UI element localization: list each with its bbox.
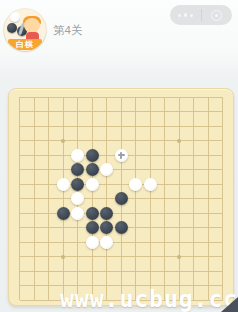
board-cell[interactable] [186, 192, 201, 207]
board-cell[interactable] [186, 250, 201, 265]
board-cell[interactable] [41, 119, 56, 134]
board-cell[interactable] [186, 206, 201, 221]
board-cell[interactable] [27, 177, 42, 192]
board-cell[interactable] [143, 177, 158, 192]
board-cell[interactable] [41, 250, 56, 265]
board-cell[interactable] [215, 177, 230, 192]
board-cell[interactable] [143, 90, 158, 105]
white-stone [100, 236, 113, 249]
board-cell[interactable] [99, 221, 114, 236]
board-cell[interactable] [85, 134, 100, 149]
board-cell[interactable] [143, 221, 158, 236]
board-cell[interactable] [56, 221, 71, 236]
star-point [177, 139, 181, 143]
board-cell[interactable] [99, 163, 114, 178]
board-cell[interactable] [12, 293, 27, 308]
board-cell[interactable] [27, 293, 42, 308]
board-cell[interactable] [157, 264, 172, 279]
board-cell[interactable] [114, 163, 129, 178]
board-cell[interactable] [172, 206, 187, 221]
board-cell[interactable] [12, 192, 27, 207]
board-cell[interactable] [172, 105, 187, 120]
board-cell[interactable] [114, 221, 129, 236]
board-cell[interactable] [215, 105, 230, 120]
board-cell[interactable] [143, 206, 158, 221]
board-cell[interactable] [201, 119, 216, 134]
board-cell[interactable] [56, 264, 71, 279]
board-cell[interactable] [128, 105, 143, 120]
board-cell[interactable] [128, 235, 143, 250]
board-cell[interactable] [114, 148, 129, 163]
board-cell[interactable] [143, 250, 158, 265]
board-cell[interactable] [172, 192, 187, 207]
star-point [177, 255, 181, 259]
black-stone [71, 163, 84, 176]
white-stone [86, 236, 99, 249]
board-cell[interactable] [56, 250, 71, 265]
board-cell[interactable] [201, 148, 216, 163]
board-cell[interactable] [186, 264, 201, 279]
board-cell[interactable] [41, 264, 56, 279]
black-stone [71, 178, 84, 191]
board-cell[interactable] [157, 192, 172, 207]
board-cell[interactable] [201, 177, 216, 192]
board-cell[interactable] [186, 235, 201, 250]
board-cell[interactable] [172, 235, 187, 250]
board-cell[interactable] [186, 134, 201, 149]
black-stone [86, 163, 99, 176]
board-cell[interactable] [56, 192, 71, 207]
board-cell[interactable] [172, 119, 187, 134]
board-cell[interactable] [41, 177, 56, 192]
board-cell[interactable] [99, 105, 114, 120]
board-cell[interactable] [143, 163, 158, 178]
board-cell[interactable] [41, 105, 56, 120]
black-stone [100, 221, 113, 234]
board-cell[interactable] [157, 105, 172, 120]
dot-icon [190, 14, 193, 17]
board-cell[interactable] [41, 206, 56, 221]
board-cell[interactable] [215, 264, 230, 279]
board-cell[interactable] [114, 192, 129, 207]
white-stone [71, 207, 84, 220]
miniprogram-capsule [170, 5, 232, 25]
white-stone [115, 149, 128, 162]
board-cell[interactable] [99, 134, 114, 149]
black-stone [57, 207, 70, 220]
board-cell[interactable] [157, 221, 172, 236]
board-cell[interactable] [27, 134, 42, 149]
board-cell[interactable] [128, 134, 143, 149]
board-cell[interactable] [56, 119, 71, 134]
board-cell[interactable] [56, 148, 71, 163]
board-cell[interactable] [128, 206, 143, 221]
board-cell[interactable] [128, 90, 143, 105]
board-cell[interactable] [56, 206, 71, 221]
board-cell[interactable] [172, 221, 187, 236]
black-stone [100, 207, 113, 220]
board-cell[interactable] [128, 192, 143, 207]
board-cell[interactable] [70, 206, 85, 221]
board-cell[interactable] [85, 250, 100, 265]
board-cell[interactable] [201, 235, 216, 250]
board-cell[interactable] [70, 163, 85, 178]
board-cell[interactable] [215, 192, 230, 207]
board-grid [12, 90, 230, 308]
board-cell[interactable] [12, 264, 27, 279]
board-cell[interactable] [85, 235, 100, 250]
board-cell[interactable] [41, 279, 56, 294]
board-cell[interactable] [172, 148, 187, 163]
board-cell[interactable] [143, 148, 158, 163]
board-cell[interactable] [143, 235, 158, 250]
board-cell[interactable] [70, 192, 85, 207]
board-cell[interactable] [128, 119, 143, 134]
board-cell[interactable] [186, 177, 201, 192]
board-cell[interactable] [215, 134, 230, 149]
board-cell[interactable] [215, 119, 230, 134]
game-screen: 白棋 第4关 www.ucbug.cc [0, 0, 238, 312]
star-point [61, 255, 65, 259]
board-cell[interactable] [27, 206, 42, 221]
board-cell[interactable] [143, 119, 158, 134]
board-cell[interactable] [70, 221, 85, 236]
board-cell[interactable] [172, 177, 187, 192]
board-cell[interactable] [201, 206, 216, 221]
board-cell[interactable] [186, 90, 201, 105]
board-cell[interactable] [157, 206, 172, 221]
board-cell[interactable] [56, 177, 71, 192]
board-cell[interactable] [70, 177, 85, 192]
black-stone [86, 221, 99, 234]
board-cell[interactable] [157, 235, 172, 250]
board-cell[interactable] [128, 163, 143, 178]
board-cell[interactable] [12, 163, 27, 178]
board-cell[interactable] [12, 119, 27, 134]
board-cell[interactable] [172, 264, 187, 279]
board-cell[interactable] [70, 250, 85, 265]
board-cell[interactable] [186, 148, 201, 163]
board-cell[interactable] [27, 192, 42, 207]
board-cell[interactable] [70, 90, 85, 105]
board-cell[interactable] [85, 192, 100, 207]
board-cell[interactable] [143, 105, 158, 120]
board-cell[interactable] [128, 250, 143, 265]
star-point [61, 139, 65, 143]
board-cell[interactable] [12, 177, 27, 192]
board-cell[interactable] [70, 148, 85, 163]
dot-icon [178, 14, 181, 17]
board-cell[interactable] [27, 148, 42, 163]
board-cell[interactable] [56, 134, 71, 149]
board-cell[interactable] [12, 105, 27, 120]
board-cell[interactable] [41, 134, 56, 149]
board-cell[interactable] [99, 235, 114, 250]
record-circle-icon [211, 10, 222, 21]
board-cell[interactable] [157, 119, 172, 134]
board-cell[interactable] [41, 163, 56, 178]
more-button[interactable] [170, 5, 201, 25]
board-cell[interactable] [70, 264, 85, 279]
board-cell[interactable] [157, 177, 172, 192]
board-cell[interactable] [12, 134, 27, 149]
board-cell[interactable] [85, 90, 100, 105]
board-cell[interactable] [157, 90, 172, 105]
board-cell[interactable] [157, 163, 172, 178]
black-stone [86, 149, 99, 162]
level-title: 第4关 [53, 23, 82, 38]
board-cell[interactable] [128, 221, 143, 236]
board-cell[interactable] [99, 192, 114, 207]
board-cell[interactable] [70, 119, 85, 134]
board-cell[interactable] [143, 134, 158, 149]
white-stone [71, 192, 84, 205]
board-cell[interactable] [12, 206, 27, 221]
board-cell[interactable] [157, 250, 172, 265]
board-cell[interactable] [41, 90, 56, 105]
avatar-black-stone-icon [7, 23, 17, 33]
board-cell[interactable] [12, 279, 27, 294]
board-cell[interactable] [85, 264, 100, 279]
exit-button[interactable] [202, 5, 233, 25]
board-cell[interactable] [201, 192, 216, 207]
board-cell[interactable] [201, 105, 216, 120]
board-cell[interactable] [157, 148, 172, 163]
board-cell[interactable] [172, 250, 187, 265]
board-cell[interactable] [27, 235, 42, 250]
black-stone [115, 221, 128, 234]
white-stone [144, 178, 157, 191]
board-cell[interactable] [12, 221, 27, 236]
board-cell[interactable] [85, 177, 100, 192]
board-cell[interactable] [12, 148, 27, 163]
board-cell[interactable] [27, 250, 42, 265]
board-cell[interactable] [56, 163, 71, 178]
board-cell[interactable] [114, 134, 129, 149]
board-cell[interactable] [114, 177, 129, 192]
black-stone [115, 192, 128, 205]
watermark-text: www.ucbug.cc [60, 286, 238, 312]
white-stone [100, 163, 113, 176]
board-cell[interactable] [186, 163, 201, 178]
board-cell[interactable] [12, 90, 27, 105]
board-cell[interactable] [27, 163, 42, 178]
board-cell[interactable] [41, 148, 56, 163]
board-cell[interactable] [27, 105, 42, 120]
board-cell[interactable] [114, 264, 129, 279]
board-cell[interactable] [201, 90, 216, 105]
corner-fold [221, 297, 238, 312]
board-cell[interactable] [186, 105, 201, 120]
white-stone [57, 178, 70, 191]
avatar-character-face [24, 18, 40, 33]
board-cell[interactable] [114, 90, 129, 105]
board-cell[interactable] [41, 293, 56, 308]
board-cell[interactable] [143, 264, 158, 279]
board-cell[interactable] [85, 148, 100, 163]
player-side-badge: 白棋 [8, 39, 42, 50]
board-cell[interactable] [27, 279, 42, 294]
board-cell[interactable] [99, 177, 114, 192]
board-cell[interactable] [99, 119, 114, 134]
board-cell[interactable] [41, 192, 56, 207]
board-cell[interactable] [114, 206, 129, 221]
board-cell[interactable] [201, 264, 216, 279]
board-cell[interactable] [201, 163, 216, 178]
black-stone [86, 207, 99, 220]
board-cell[interactable] [12, 235, 27, 250]
board-cell[interactable] [12, 250, 27, 265]
white-stone [129, 178, 142, 191]
board-cell[interactable] [27, 221, 42, 236]
board-cell[interactable] [85, 119, 100, 134]
board-cell[interactable] [128, 148, 143, 163]
board-cell[interactable] [157, 134, 172, 149]
board-cell[interactable] [215, 90, 230, 105]
board-cell[interactable] [215, 235, 230, 250]
board-cell[interactable] [85, 206, 100, 221]
board-cell[interactable] [85, 163, 100, 178]
board-cell[interactable] [215, 163, 230, 178]
last-move-marker [115, 149, 128, 162]
board-cell[interactable] [41, 235, 56, 250]
board-cell[interactable] [114, 250, 129, 265]
board-cell[interactable] [128, 264, 143, 279]
board-cell[interactable] [215, 206, 230, 221]
avatar-white-stone-icon [10, 12, 20, 22]
board-cell[interactable] [70, 105, 85, 120]
dot-icon [184, 13, 188, 17]
board-cell[interactable] [70, 235, 85, 250]
board-cell[interactable] [114, 105, 129, 120]
board-cell[interactable] [99, 90, 114, 105]
board-cell[interactable] [70, 134, 85, 149]
board-cell[interactable] [114, 119, 129, 134]
board-cell[interactable] [172, 163, 187, 178]
board-cell[interactable] [99, 264, 114, 279]
board-cell[interactable] [186, 119, 201, 134]
board-cell[interactable] [85, 105, 100, 120]
board-cell[interactable] [56, 90, 71, 105]
gomoku-board [8, 88, 234, 306]
board-cell[interactable] [201, 250, 216, 265]
board-cell[interactable] [201, 134, 216, 149]
board-cell[interactable] [85, 221, 100, 236]
board-cell[interactable] [99, 206, 114, 221]
board-cell[interactable] [215, 148, 230, 163]
board-cell[interactable] [56, 235, 71, 250]
board-cell[interactable] [27, 90, 42, 105]
player-avatar: 白棋 [4, 9, 46, 51]
white-stone [71, 149, 84, 162]
board-cell[interactable] [186, 221, 201, 236]
board-cell[interactable] [27, 119, 42, 134]
board-cell[interactable] [215, 250, 230, 265]
white-stone [86, 178, 99, 191]
board-cell[interactable] [172, 90, 187, 105]
board-cell[interactable] [172, 134, 187, 149]
board-cell[interactable] [27, 264, 42, 279]
board-cell[interactable] [215, 221, 230, 236]
board-cell[interactable] [128, 177, 143, 192]
board-cell[interactable] [41, 221, 56, 236]
board-cell[interactable] [56, 105, 71, 120]
board-cell[interactable] [114, 235, 129, 250]
board-cell[interactable] [99, 250, 114, 265]
board-cell[interactable] [143, 192, 158, 207]
board-cell[interactable] [201, 221, 216, 236]
board-cell[interactable] [99, 148, 114, 163]
